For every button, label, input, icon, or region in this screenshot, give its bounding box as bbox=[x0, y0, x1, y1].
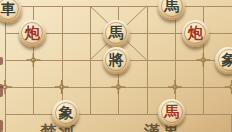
piece-character: 馬 bbox=[164, 105, 179, 120]
piece-black-elephant[interactable]: 象 bbox=[215, 47, 232, 74]
piece-character: 象 bbox=[221, 53, 232, 68]
xiangqi-board: 楚河 漢界 車馬炮馬炮將象象馬 bbox=[0, 0, 232, 132]
piece-character: 馬 bbox=[109, 26, 124, 41]
piece-black-chariot[interactable]: 車 bbox=[0, 0, 22, 23]
piece-layer: 車馬炮馬炮將象象馬 bbox=[0, 0, 232, 132]
piece-black-horse[interactable]: 馬 bbox=[103, 20, 130, 47]
piece-character: 象 bbox=[58, 106, 73, 121]
piece-character: 將 bbox=[109, 53, 124, 68]
piece-character: 炮 bbox=[188, 26, 203, 41]
piece-character: 馬 bbox=[164, 0, 179, 14]
piece-black-horse[interactable]: 馬 bbox=[158, 0, 185, 20]
piece-red-cannon[interactable]: 炮 bbox=[182, 20, 209, 47]
piece-black-general[interactable]: 將 bbox=[103, 47, 130, 74]
piece-black-elephant[interactable]: 象 bbox=[52, 100, 79, 127]
piece-red-cannon[interactable]: 炮 bbox=[19, 20, 46, 47]
piece-character: 車 bbox=[1, 2, 16, 17]
piece-character: 炮 bbox=[25, 26, 40, 41]
piece-red-horse[interactable]: 馬 bbox=[158, 99, 185, 126]
